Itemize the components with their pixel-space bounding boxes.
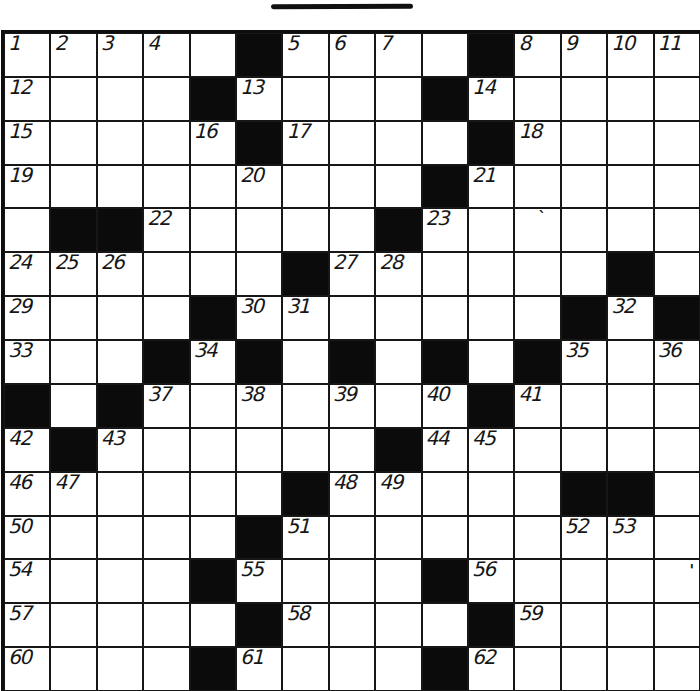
cell[interactable]: 19 bbox=[4, 165, 50, 209]
clue-number: 3 bbox=[101, 33, 112, 54]
cell[interactable] bbox=[97, 472, 143, 516]
cell[interactable] bbox=[97, 165, 143, 209]
cell[interactable] bbox=[329, 603, 375, 647]
cell[interactable] bbox=[282, 165, 328, 209]
clue-number: 43 bbox=[101, 428, 123, 449]
cell[interactable] bbox=[375, 165, 421, 209]
cell[interactable] bbox=[143, 603, 189, 647]
cell[interactable] bbox=[50, 121, 96, 165]
clue-number: 32 bbox=[611, 296, 633, 317]
cell[interactable] bbox=[514, 77, 560, 121]
cell[interactable]: 13 bbox=[236, 77, 282, 121]
cell[interactable] bbox=[190, 384, 236, 428]
cell[interactable] bbox=[190, 428, 236, 472]
cell[interactable]: 60 bbox=[4, 647, 50, 691]
clue-number: 53 bbox=[611, 516, 633, 537]
clue-number: 42 bbox=[8, 428, 30, 449]
cell[interactable] bbox=[50, 296, 96, 340]
cell[interactable] bbox=[654, 384, 700, 428]
clue-number: 54 bbox=[8, 559, 30, 580]
cell[interactable]: 40 bbox=[422, 384, 468, 428]
cell[interactable]: 49 bbox=[375, 472, 421, 516]
black-cell bbox=[375, 208, 421, 252]
cell[interactable]: 21 bbox=[468, 165, 514, 209]
clue-number: 15 bbox=[8, 121, 30, 142]
clue-number: 8 bbox=[518, 33, 529, 54]
clue-number: 30 bbox=[240, 296, 262, 317]
cell[interactable] bbox=[468, 340, 514, 384]
clue-number: 55 bbox=[240, 559, 262, 580]
cell[interactable] bbox=[190, 165, 236, 209]
cell[interactable] bbox=[422, 516, 468, 560]
cell[interactable]: 61 bbox=[236, 647, 282, 691]
clue-number: 26 bbox=[101, 252, 123, 273]
cell[interactable] bbox=[143, 559, 189, 603]
cell[interactable]: 36 bbox=[654, 340, 700, 384]
clue-number: 45 bbox=[472, 428, 494, 449]
cell[interactable]: 33 bbox=[4, 340, 50, 384]
cell[interactable] bbox=[97, 647, 143, 691]
cell[interactable]: 59 bbox=[514, 603, 560, 647]
cell[interactable] bbox=[607, 428, 653, 472]
black-cell bbox=[190, 647, 236, 691]
cell[interactable]: 41 bbox=[514, 384, 560, 428]
cell[interactable] bbox=[514, 472, 560, 516]
cell[interactable]: 25 bbox=[50, 252, 96, 296]
black-cell bbox=[236, 33, 282, 77]
black-cell bbox=[607, 472, 653, 516]
cell[interactable]: 58 bbox=[282, 603, 328, 647]
cell[interactable]: 43 bbox=[97, 428, 143, 472]
cell[interactable] bbox=[97, 516, 143, 560]
cell[interactable]: 26 bbox=[97, 252, 143, 296]
cell[interactable] bbox=[50, 165, 96, 209]
cell[interactable] bbox=[375, 121, 421, 165]
cell[interactable] bbox=[190, 603, 236, 647]
cell[interactable]: 18 bbox=[514, 121, 560, 165]
black-cell bbox=[654, 296, 700, 340]
cell[interactable] bbox=[375, 340, 421, 384]
clue-number: 7 bbox=[379, 33, 390, 54]
clue-number: 52 bbox=[565, 516, 587, 537]
cell[interactable] bbox=[282, 559, 328, 603]
cell[interactable] bbox=[329, 428, 375, 472]
cell[interactable]: 15 bbox=[4, 121, 50, 165]
black-cell bbox=[422, 77, 468, 121]
black-cell bbox=[422, 647, 468, 691]
cell[interactable]: 32 bbox=[607, 296, 653, 340]
cell[interactable] bbox=[143, 121, 189, 165]
cell[interactable] bbox=[561, 384, 607, 428]
black-cell bbox=[236, 340, 282, 384]
cell[interactable] bbox=[468, 472, 514, 516]
cell[interactable] bbox=[561, 647, 607, 691]
clue-number: 47 bbox=[54, 472, 76, 493]
cell[interactable]: 62 bbox=[468, 647, 514, 691]
cell[interactable]: 2 bbox=[50, 33, 96, 77]
cell[interactable] bbox=[654, 516, 700, 560]
cell[interactable] bbox=[97, 121, 143, 165]
cell[interactable] bbox=[329, 165, 375, 209]
cell[interactable] bbox=[97, 340, 143, 384]
cell[interactable]: 6 bbox=[329, 33, 375, 77]
cell[interactable] bbox=[143, 428, 189, 472]
black-cell bbox=[4, 384, 50, 428]
cell[interactable] bbox=[514, 428, 560, 472]
cell[interactable] bbox=[375, 77, 421, 121]
clue-number: 40 bbox=[426, 384, 448, 405]
cell[interactable] bbox=[143, 165, 189, 209]
crossword-page: 1234567891011121314151617181920212223`24… bbox=[0, 0, 700, 691]
clue-number: 18 bbox=[518, 121, 540, 142]
cell[interactable] bbox=[607, 384, 653, 428]
cell[interactable] bbox=[607, 208, 653, 252]
cell[interactable] bbox=[561, 252, 607, 296]
clue-number: 48 bbox=[333, 472, 355, 493]
cell[interactable]: 46 bbox=[4, 472, 50, 516]
cell[interactable] bbox=[654, 77, 700, 121]
cell[interactable] bbox=[143, 296, 189, 340]
cell[interactable] bbox=[282, 340, 328, 384]
cell[interactable] bbox=[654, 208, 700, 252]
black-cell bbox=[422, 340, 468, 384]
clue-number: 17 bbox=[286, 121, 308, 142]
cell[interactable]: 31 bbox=[282, 296, 328, 340]
clue-number: 20 bbox=[240, 165, 262, 186]
cell[interactable]: 35 bbox=[561, 340, 607, 384]
cell[interactable]: 4 bbox=[143, 33, 189, 77]
cell[interactable] bbox=[561, 121, 607, 165]
clue-number: 1 bbox=[8, 33, 19, 54]
cell[interactable] bbox=[607, 647, 653, 691]
cell[interactable] bbox=[422, 472, 468, 516]
cell[interactable] bbox=[190, 516, 236, 560]
clue-number: 59 bbox=[518, 603, 540, 624]
title-underline bbox=[271, 4, 413, 10]
clue-number: 4 bbox=[147, 33, 158, 54]
clue-number: 58 bbox=[286, 603, 308, 624]
cell[interactable]: 12 bbox=[4, 77, 50, 121]
cell[interactable]: 48 bbox=[329, 472, 375, 516]
clue-number: 50 bbox=[8, 516, 30, 537]
cell[interactable] bbox=[329, 296, 375, 340]
black-cell bbox=[468, 603, 514, 647]
cell[interactable] bbox=[97, 77, 143, 121]
clue-number: 38 bbox=[240, 384, 262, 405]
cell[interactable]: 38 bbox=[236, 384, 282, 428]
clue-number: 39 bbox=[333, 384, 355, 405]
cell[interactable] bbox=[329, 121, 375, 165]
black-cell bbox=[514, 340, 560, 384]
cell[interactable]: 53 bbox=[607, 516, 653, 560]
clue-number: 62 bbox=[472, 647, 494, 668]
cell[interactable]: 55 bbox=[236, 559, 282, 603]
cell[interactable]: 27 bbox=[329, 252, 375, 296]
cell[interactable] bbox=[607, 77, 653, 121]
cell[interactable] bbox=[422, 121, 468, 165]
cell[interactable] bbox=[422, 33, 468, 77]
black-cell bbox=[190, 77, 236, 121]
cell[interactable] bbox=[375, 603, 421, 647]
cell[interactable]: 34 bbox=[190, 340, 236, 384]
stray-pen-mark: ' bbox=[689, 562, 694, 580]
clue-number: 41 bbox=[518, 384, 540, 405]
cell[interactable] bbox=[50, 340, 96, 384]
cell[interactable]: 24 bbox=[4, 252, 50, 296]
cell[interactable]: 56 bbox=[468, 559, 514, 603]
cell[interactable]: 22 bbox=[143, 208, 189, 252]
clue-number: 22 bbox=[147, 208, 169, 229]
clue-number: 2 bbox=[54, 33, 65, 54]
cell[interactable]: 10 bbox=[607, 33, 653, 77]
black-cell bbox=[50, 208, 96, 252]
cell[interactable]: 42 bbox=[4, 428, 50, 472]
cell[interactable]: 54 bbox=[4, 559, 50, 603]
cell[interactable] bbox=[143, 647, 189, 691]
clue-number: 34 bbox=[194, 340, 216, 361]
cell[interactable] bbox=[236, 428, 282, 472]
cell[interactable]: 44 bbox=[422, 428, 468, 472]
cell[interactable]: ` bbox=[514, 208, 560, 252]
cell[interactable] bbox=[50, 77, 96, 121]
clue-number: 9 bbox=[565, 33, 576, 54]
cell[interactable] bbox=[654, 252, 700, 296]
cell[interactable] bbox=[468, 208, 514, 252]
clue-number: 12 bbox=[8, 77, 30, 98]
cell[interactable] bbox=[654, 603, 700, 647]
cell[interactable] bbox=[97, 296, 143, 340]
black-cell bbox=[236, 121, 282, 165]
black-cell bbox=[329, 340, 375, 384]
cell[interactable]: 23 bbox=[422, 208, 468, 252]
black-cell bbox=[422, 165, 468, 209]
cell[interactable] bbox=[282, 428, 328, 472]
clue-number: 13 bbox=[240, 77, 262, 98]
clue-number: 29 bbox=[8, 296, 30, 317]
clue-number: 33 bbox=[8, 340, 30, 361]
cell[interactable] bbox=[422, 603, 468, 647]
cell[interactable] bbox=[607, 121, 653, 165]
stray-pen-mark: ` bbox=[538, 209, 546, 227]
cell[interactable] bbox=[190, 472, 236, 516]
clue-number: 60 bbox=[8, 647, 30, 668]
clue-number: 56 bbox=[472, 559, 494, 580]
cell[interactable]: 7 bbox=[375, 33, 421, 77]
cell[interactable]: 5 bbox=[282, 33, 328, 77]
cell[interactable]: 47 bbox=[50, 472, 96, 516]
clue-number: 10 bbox=[611, 33, 633, 54]
cell[interactable] bbox=[236, 252, 282, 296]
black-cell bbox=[236, 516, 282, 560]
clue-number: 5 bbox=[286, 33, 297, 54]
cell[interactable]: 9 bbox=[561, 33, 607, 77]
cell[interactable] bbox=[654, 472, 700, 516]
clue-number: 24 bbox=[8, 252, 30, 273]
cell[interactable] bbox=[329, 77, 375, 121]
clue-number: 16 bbox=[194, 121, 216, 142]
cell[interactable] bbox=[50, 384, 96, 428]
cell[interactable] bbox=[561, 77, 607, 121]
cell[interactable]: 57 bbox=[4, 603, 50, 647]
black-cell bbox=[190, 296, 236, 340]
cell[interactable] bbox=[329, 647, 375, 691]
cell[interactable] bbox=[561, 165, 607, 209]
cell[interactable] bbox=[514, 559, 560, 603]
black-cell bbox=[375, 428, 421, 472]
clue-number: 14 bbox=[472, 77, 494, 98]
cell[interactable] bbox=[654, 165, 700, 209]
cell[interactable] bbox=[514, 165, 560, 209]
cell[interactable]: 17 bbox=[282, 121, 328, 165]
cell[interactable] bbox=[236, 472, 282, 516]
cell[interactable] bbox=[282, 208, 328, 252]
cell[interactable] bbox=[468, 516, 514, 560]
black-cell bbox=[50, 428, 96, 472]
cell[interactable]: 14 bbox=[468, 77, 514, 121]
cell[interactable] bbox=[97, 559, 143, 603]
cell[interactable]: 30 bbox=[236, 296, 282, 340]
clue-number: 25 bbox=[54, 252, 76, 273]
clue-number: 11 bbox=[658, 33, 680, 54]
black-cell bbox=[236, 603, 282, 647]
cell[interactable] bbox=[607, 559, 653, 603]
cell[interactable] bbox=[50, 603, 96, 647]
cell[interactable] bbox=[143, 77, 189, 121]
cell[interactable] bbox=[282, 647, 328, 691]
cell[interactable] bbox=[190, 33, 236, 77]
black-cell bbox=[282, 252, 328, 296]
black-cell bbox=[468, 33, 514, 77]
black-cell bbox=[561, 296, 607, 340]
cell[interactable] bbox=[607, 603, 653, 647]
cell[interactable] bbox=[190, 252, 236, 296]
cell[interactable] bbox=[143, 516, 189, 560]
cell[interactable]: 1 bbox=[4, 33, 50, 77]
cell[interactable] bbox=[514, 647, 560, 691]
cell[interactable] bbox=[50, 516, 96, 560]
cell[interactable] bbox=[329, 516, 375, 560]
clue-number: 23 bbox=[426, 208, 448, 229]
cell[interactable] bbox=[422, 252, 468, 296]
clue-number: 44 bbox=[426, 428, 448, 449]
cell[interactable] bbox=[607, 165, 653, 209]
cell[interactable]: 50 bbox=[4, 516, 50, 560]
cell[interactable] bbox=[561, 603, 607, 647]
cell[interactable] bbox=[236, 208, 282, 252]
cell[interactable] bbox=[561, 208, 607, 252]
cell[interactable]: 37 bbox=[143, 384, 189, 428]
cell[interactable] bbox=[514, 296, 560, 340]
cell[interactable] bbox=[607, 340, 653, 384]
black-cell bbox=[561, 472, 607, 516]
black-cell bbox=[422, 559, 468, 603]
cell[interactable]: 20 bbox=[236, 165, 282, 209]
cell[interactable] bbox=[375, 516, 421, 560]
black-cell bbox=[97, 208, 143, 252]
crossword-grid: 1234567891011121314151617181920212223`24… bbox=[1, 30, 700, 691]
cell[interactable] bbox=[375, 296, 421, 340]
cell[interactable] bbox=[561, 428, 607, 472]
cell[interactable] bbox=[514, 516, 560, 560]
clue-number: 61 bbox=[240, 647, 262, 668]
cell[interactable]: 11 bbox=[654, 33, 700, 77]
cell[interactable]: 28 bbox=[375, 252, 421, 296]
cell[interactable] bbox=[561, 559, 607, 603]
cell[interactable]: 3 bbox=[97, 33, 143, 77]
cell[interactable] bbox=[375, 384, 421, 428]
clue-number: 57 bbox=[8, 603, 30, 624]
cell[interactable] bbox=[654, 647, 700, 691]
clue-number: 36 bbox=[658, 340, 680, 361]
cell[interactable] bbox=[654, 428, 700, 472]
cell[interactable] bbox=[50, 647, 96, 691]
cell[interactable] bbox=[329, 559, 375, 603]
clue-number: 19 bbox=[8, 165, 30, 186]
cell[interactable]: 45 bbox=[468, 428, 514, 472]
cell[interactable]: ' bbox=[654, 559, 700, 603]
cell[interactable] bbox=[514, 252, 560, 296]
clue-number: 27 bbox=[333, 252, 355, 273]
clue-number: 21 bbox=[472, 165, 494, 186]
black-cell bbox=[97, 384, 143, 428]
clue-number: 49 bbox=[379, 472, 401, 493]
clue-number: 6 bbox=[333, 33, 344, 54]
cell[interactable]: 29 bbox=[4, 296, 50, 340]
black-cell bbox=[282, 472, 328, 516]
cell[interactable] bbox=[422, 296, 468, 340]
cell[interactable] bbox=[654, 121, 700, 165]
cell[interactable]: 51 bbox=[282, 516, 328, 560]
black-cell bbox=[468, 121, 514, 165]
clue-number: 37 bbox=[147, 384, 169, 405]
cell[interactable]: 8 bbox=[514, 33, 560, 77]
clue-number: 46 bbox=[8, 472, 30, 493]
cell[interactable] bbox=[375, 647, 421, 691]
cell[interactable] bbox=[282, 384, 328, 428]
black-cell bbox=[143, 340, 189, 384]
black-cell bbox=[468, 384, 514, 428]
cell[interactable] bbox=[375, 559, 421, 603]
clue-number: 51 bbox=[286, 516, 308, 537]
cell[interactable] bbox=[329, 208, 375, 252]
cell[interactable] bbox=[143, 252, 189, 296]
cell[interactable] bbox=[143, 472, 189, 516]
cell[interactable] bbox=[190, 208, 236, 252]
clue-number: 35 bbox=[565, 340, 587, 361]
cell[interactable] bbox=[468, 296, 514, 340]
cell[interactable] bbox=[468, 252, 514, 296]
cell[interactable] bbox=[4, 208, 50, 252]
black-cell bbox=[190, 559, 236, 603]
clue-number: 31 bbox=[286, 296, 308, 317]
clue-number: 28 bbox=[379, 252, 401, 273]
cell[interactable]: 16 bbox=[190, 121, 236, 165]
cell[interactable]: 39 bbox=[329, 384, 375, 428]
black-cell bbox=[607, 252, 653, 296]
cell[interactable]: 52 bbox=[561, 516, 607, 560]
cell[interactable] bbox=[97, 603, 143, 647]
cell[interactable] bbox=[282, 77, 328, 121]
cell[interactable] bbox=[50, 559, 96, 603]
